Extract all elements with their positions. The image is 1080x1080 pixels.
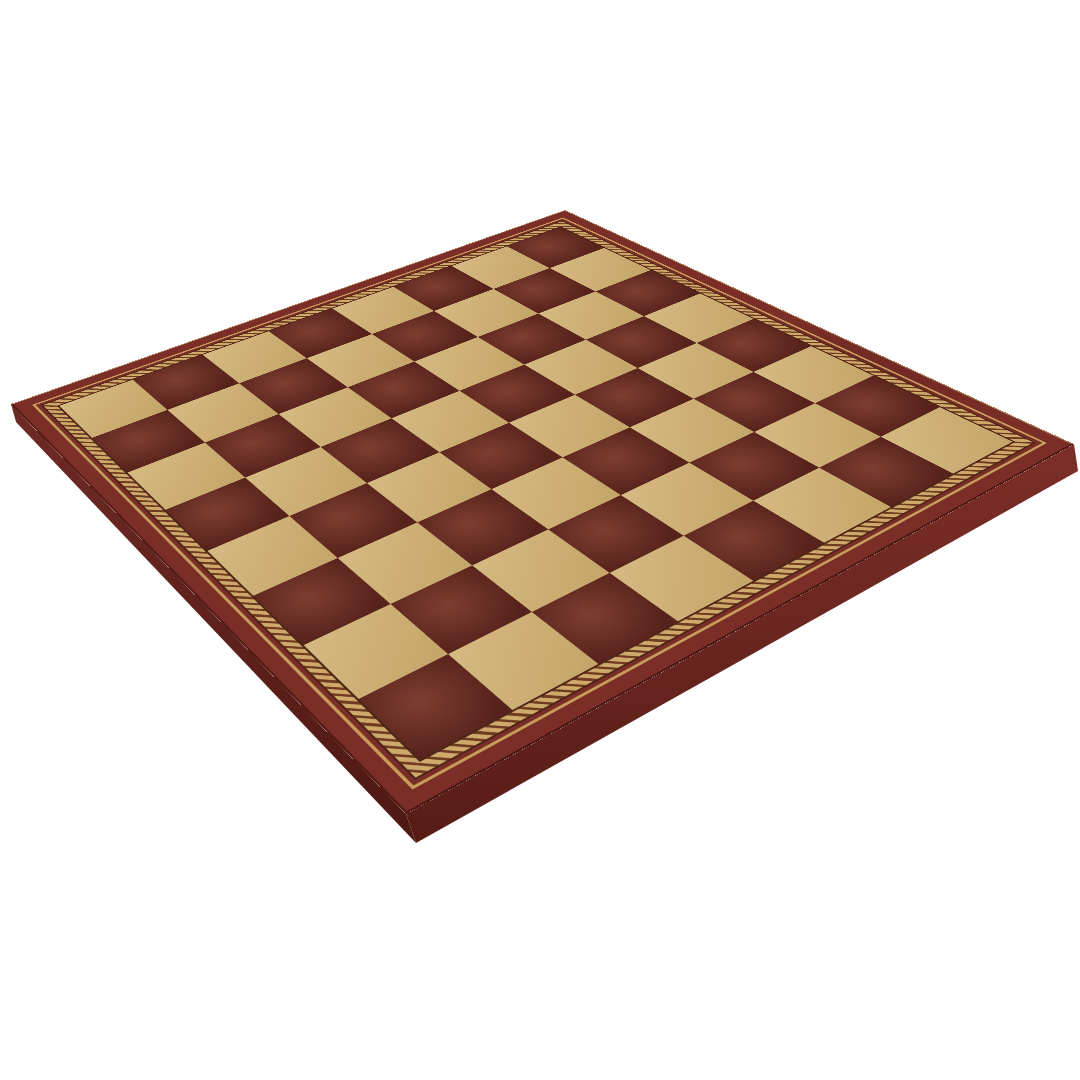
- scene: [0, 0, 1080, 1080]
